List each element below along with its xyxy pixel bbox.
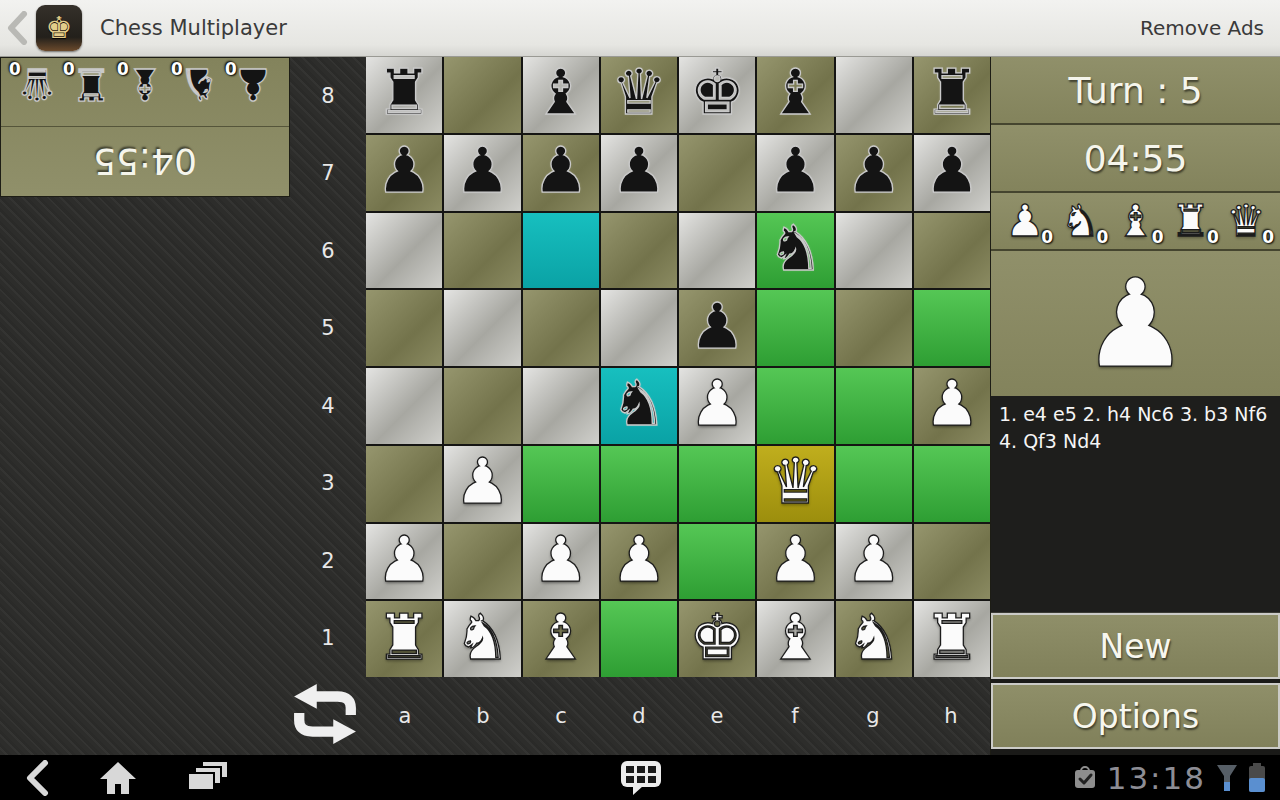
- square-a7[interactable]: ♟: [366, 135, 442, 211]
- rank-label-3: 3: [290, 445, 366, 523]
- captured-count: 0: [171, 58, 183, 78]
- square-h5[interactable]: [914, 290, 990, 366]
- file-label-h: h: [912, 677, 990, 755]
- square-g3[interactable]: [836, 446, 912, 522]
- rank-label-5: 5: [290, 290, 366, 368]
- piece-white-bishop: ♝: [532, 606, 588, 669]
- screen: ♚ Chess Multiplayer Remove Ads 04:55 ♟ 0…: [0, 0, 1280, 800]
- piece-black-knight: ♞: [767, 217, 823, 280]
- rank-label-4: 4: [290, 367, 366, 445]
- opponent-captured-tray: ♟ 0 ♞ 0 ♝ 0 ♜ 0 ♛ 0: [1, 58, 289, 126]
- square-b2[interactable]: [444, 524, 520, 600]
- piece-white-pawn: ♟: [454, 450, 510, 513]
- rank-label-6: 6: [290, 212, 366, 290]
- player-timer: 04:55: [991, 125, 1280, 193]
- black-queen-icon: ♛: [17, 62, 56, 106]
- captured-slot-bishop: ♝ 0: [1112, 191, 1160, 243]
- white-bishop-icon: ♝: [1116, 199, 1155, 243]
- home-icon: [98, 760, 138, 796]
- captured-slot-rook: ♜ 0: [1167, 191, 1215, 243]
- opponent-panel: 04:55 ♟ 0 ♞ 0 ♝ 0 ♜ 0 ♛ 0: [0, 57, 290, 197]
- new-game-button[interactable]: New: [991, 613, 1280, 679]
- square-e3[interactable]: [679, 446, 755, 522]
- captured-count: 0: [225, 58, 237, 78]
- update-notification-icon: [1073, 766, 1097, 790]
- square-g4[interactable]: [836, 368, 912, 444]
- rank-label-2: 2: [290, 522, 366, 600]
- square-c3[interactable]: [523, 446, 599, 522]
- captured-count: 0: [1262, 227, 1274, 247]
- captured-slot-pawn: ♟ 0: [229, 62, 277, 114]
- piece-white-pawn: ♟: [532, 528, 588, 591]
- square-f4[interactable]: [757, 368, 833, 444]
- file-label-a: a: [366, 677, 444, 755]
- square-e2[interactable]: [679, 524, 755, 600]
- white-queen-icon: ♛: [1226, 199, 1265, 243]
- white-knight-icon: ♞: [1061, 199, 1100, 243]
- square-f1[interactable]: ♝: [757, 601, 833, 677]
- captured-slot-rook: ♜ 0: [67, 62, 115, 114]
- flip-arrows-icon: [292, 684, 358, 744]
- file-label-e: e: [678, 677, 756, 755]
- status-clock: 13:18: [1107, 760, 1206, 796]
- captured-slot-queen: ♛ 0: [1222, 191, 1270, 243]
- square-a2[interactable]: ♟: [366, 524, 442, 600]
- captured-slot-pawn: ♟ 0: [1001, 191, 1049, 243]
- file-label-g: g: [834, 677, 912, 755]
- battery-icon: [1248, 763, 1266, 793]
- file-label-f: f: [756, 677, 834, 755]
- piece-white-knight: ♞: [845, 606, 901, 669]
- square-a5[interactable]: [366, 290, 442, 366]
- side-to-move-indicator: ♟: [991, 251, 1280, 396]
- up-navigation-button[interactable]: [0, 0, 34, 57]
- piece-white-king: ♚: [689, 606, 745, 669]
- captured-count: 0: [63, 58, 75, 78]
- piece-black-pawn: ♟: [689, 295, 745, 358]
- piece-black-pawn: ♟: [611, 139, 667, 202]
- captured-slot-queen: ♛ 0: [13, 62, 61, 114]
- square-a6[interactable]: [366, 213, 442, 289]
- square-d8[interactable]: ♛: [601, 57, 677, 133]
- piece-black-queen: ♛: [611, 61, 667, 124]
- square-f3[interactable]: ♛: [757, 446, 833, 522]
- square-f7[interactable]: ♟: [757, 135, 833, 211]
- rank-label-1: 1: [290, 600, 366, 678]
- piece-black-pawn: ♟: [532, 139, 588, 202]
- king-crown-icon: ♚: [46, 13, 73, 43]
- square-c5[interactable]: [523, 290, 599, 366]
- file-labels: abcdefgh: [366, 677, 990, 755]
- piece-white-bishop: ♝: [767, 606, 823, 669]
- square-d2[interactable]: ♟: [601, 524, 677, 600]
- move-list: 1. e4 e5 2. h4 Nc6 3. b3 Nf6 4. Qf3 Nd4: [991, 396, 1280, 613]
- piece-black-rook: ♜: [376, 61, 432, 124]
- white-pawn-icon: ♟: [1005, 199, 1044, 243]
- nav-home-button[interactable]: [98, 760, 138, 796]
- square-d3[interactable]: [601, 446, 677, 522]
- piece-black-bishop: ♝: [767, 61, 823, 124]
- file-label-c: c: [522, 677, 600, 755]
- square-b8[interactable]: [444, 57, 520, 133]
- square-c4[interactable]: [523, 368, 599, 444]
- white-pawn-icon: ♟: [1081, 263, 1190, 385]
- chess-board: ♜♝♛♚♝♜♟♟♟♟♟♟♟♞♟♞♟♟♟♛♟♟♟♟♟♜♞♝♚♝♞♜: [366, 57, 990, 677]
- square-d7[interactable]: ♟: [601, 135, 677, 211]
- piece-white-pawn: ♟: [689, 372, 745, 435]
- square-d5[interactable]: [601, 290, 677, 366]
- piece-white-pawn: ♟: [924, 372, 980, 435]
- square-b3[interactable]: ♟: [444, 446, 520, 522]
- player-timer-text: 04:55: [1084, 138, 1188, 179]
- piece-white-queen: ♛: [767, 450, 823, 513]
- piece-white-pawn: ♟: [611, 528, 667, 591]
- black-pawn-icon: ♟: [233, 62, 272, 106]
- square-f8[interactable]: ♝: [757, 57, 833, 133]
- white-rook-icon: ♜: [1171, 199, 1210, 243]
- recent-apps-icon: [184, 760, 230, 796]
- square-g6[interactable]: [836, 213, 912, 289]
- app-icon[interactable]: ♚: [36, 5, 82, 51]
- square-c8[interactable]: ♝: [523, 57, 599, 133]
- square-g7[interactable]: ♟: [836, 135, 912, 211]
- square-e7[interactable]: [679, 135, 755, 211]
- player-panel: Turn : 5 04:55 ♟ 0 ♞ 0 ♝ 0 ♜ 0 ♛: [990, 57, 1280, 755]
- square-e5[interactable]: ♟: [679, 290, 755, 366]
- square-c7[interactable]: ♟: [523, 135, 599, 211]
- captured-slot-knight: ♞ 0: [1056, 191, 1104, 243]
- back-chevron-icon: [6, 11, 28, 45]
- android-nav-bar: 13:18: [0, 755, 1280, 800]
- nav-back-button[interactable]: [24, 760, 50, 796]
- status-cluster: 13:18: [1073, 755, 1266, 800]
- square-h1[interactable]: ♜: [914, 601, 990, 677]
- piece-black-rook: ♜: [924, 61, 980, 124]
- options-button[interactable]: Options: [991, 683, 1280, 749]
- captured-count: 0: [1152, 227, 1164, 247]
- captured-count: 0: [1041, 227, 1053, 247]
- flip-board-button[interactable]: [292, 684, 358, 744]
- square-c2[interactable]: ♟: [523, 524, 599, 600]
- opponent-timer-text: 04:55: [93, 141, 197, 182]
- square-a3[interactable]: [366, 446, 442, 522]
- black-knight-icon: ♞: [179, 62, 218, 106]
- keyboard-bubble-icon: [620, 760, 662, 796]
- square-h4[interactable]: ♟: [914, 368, 990, 444]
- square-b4[interactable]: [444, 368, 520, 444]
- square-e8[interactable]: ♚: [679, 57, 755, 133]
- square-g2[interactable]: ♟: [836, 524, 912, 600]
- nav-recents-button[interactable]: [184, 760, 230, 796]
- square-b6[interactable]: [444, 213, 520, 289]
- square-h6[interactable]: [914, 213, 990, 289]
- remove-ads-button[interactable]: Remove Ads: [1140, 16, 1264, 40]
- piece-white-pawn: ♟: [767, 528, 823, 591]
- captured-count: 0: [9, 58, 21, 78]
- rank-labels: 87654321: [290, 57, 366, 677]
- captured-slot-bishop: ♝ 0: [121, 62, 169, 114]
- captured-count: 0: [117, 58, 129, 78]
- page-title: Chess Multiplayer: [100, 16, 287, 40]
- square-b7[interactable]: ♟: [444, 135, 520, 211]
- captured-count: 0: [1096, 227, 1108, 247]
- opponent-timer: 04:55: [1, 126, 289, 196]
- square-h8[interactable]: ♜: [914, 57, 990, 133]
- piece-black-pawn: ♟: [454, 139, 510, 202]
- rank-label-8: 8: [290, 57, 366, 135]
- square-h7[interactable]: ♟: [914, 135, 990, 211]
- black-rook-icon: ♜: [71, 62, 110, 106]
- square-a1[interactable]: ♜: [366, 601, 442, 677]
- square-a4[interactable]: [366, 368, 442, 444]
- square-e1[interactable]: ♚: [679, 601, 755, 677]
- square-f6[interactable]: ♞: [757, 213, 833, 289]
- piece-white-pawn: ♟: [845, 528, 901, 591]
- file-label-d: d: [600, 677, 678, 755]
- piece-black-pawn: ♟: [924, 139, 980, 202]
- square-g5[interactable]: [836, 290, 912, 366]
- square-c6[interactable]: [523, 213, 599, 289]
- keyboard-notification-button[interactable]: [620, 760, 662, 796]
- player-captured-tray: ♟ 0 ♞ 0 ♝ 0 ♜ 0 ♛ 0: [991, 193, 1280, 251]
- square-h2[interactable]: [914, 524, 990, 600]
- piece-black-pawn: ♟: [376, 139, 432, 202]
- square-e6[interactable]: [679, 213, 755, 289]
- square-g8[interactable]: [836, 57, 912, 133]
- square-d1[interactable]: [601, 601, 677, 677]
- square-a8[interactable]: ♜: [366, 57, 442, 133]
- rank-label-7: 7: [290, 135, 366, 213]
- piece-white-rook: ♜: [376, 606, 432, 669]
- square-h3[interactable]: [914, 446, 990, 522]
- square-e4[interactable]: ♟: [679, 368, 755, 444]
- square-f2[interactable]: ♟: [757, 524, 833, 600]
- square-d4[interactable]: ♞: [601, 368, 677, 444]
- square-c1[interactable]: ♝: [523, 601, 599, 677]
- turn-indicator: Turn : 5: [991, 57, 1280, 125]
- black-bishop-icon: ♝: [125, 62, 164, 106]
- piece-black-knight: ♞: [611, 372, 667, 435]
- square-b1[interactable]: ♞: [444, 601, 520, 677]
- captured-slot-knight: ♞ 0: [175, 62, 223, 114]
- back-arrow-icon: [24, 760, 50, 796]
- piece-black-pawn: ♟: [845, 139, 901, 202]
- piece-white-knight: ♞: [454, 606, 510, 669]
- piece-black-king: ♚: [689, 61, 745, 124]
- square-g1[interactable]: ♞: [836, 601, 912, 677]
- square-d6[interactable]: [601, 213, 677, 289]
- signal-strength-icon: [1216, 764, 1238, 792]
- square-b5[interactable]: [444, 290, 520, 366]
- top-bar: ♚ Chess Multiplayer Remove Ads: [0, 0, 1280, 57]
- captured-count: 0: [1207, 227, 1219, 247]
- file-label-b: b: [444, 677, 522, 755]
- piece-black-pawn: ♟: [767, 139, 823, 202]
- piece-white-rook: ♜: [924, 606, 980, 669]
- piece-black-bishop: ♝: [532, 61, 588, 124]
- square-f5[interactable]: [757, 290, 833, 366]
- turn-text: Turn : 5: [1068, 70, 1202, 111]
- piece-white-pawn: ♟: [376, 528, 432, 591]
